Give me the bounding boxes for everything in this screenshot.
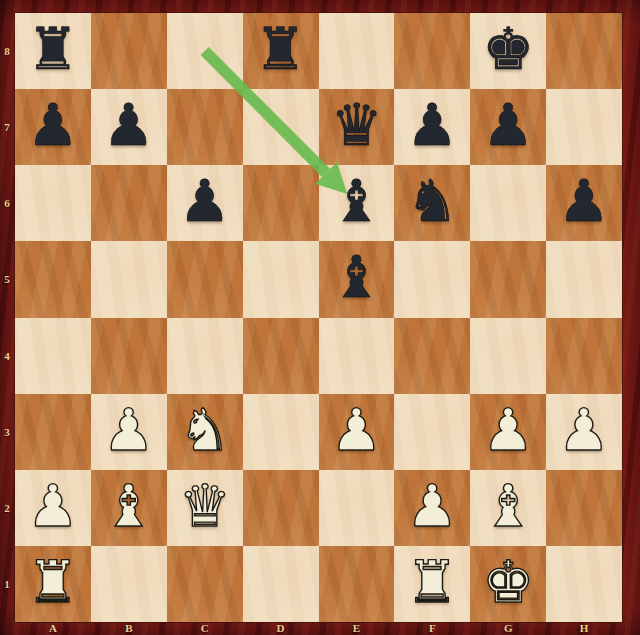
rank-label-6: 6 [4,197,10,209]
rank-label-2: 2 [4,502,10,514]
square-f2[interactable]: ♟ [394,470,470,546]
square-e5[interactable]: ♝ [319,241,395,317]
chess-app: ♜♜♚♟♟♛♟♟♟♝♞♟♝♟♞♟♟♟♟♝♛♟♝♜♜♚ 87654321 ABCD… [0,0,640,635]
square-d4[interactable] [243,318,319,394]
piece-white-bishop-g2[interactable]: ♝ [482,477,534,535]
square-g8[interactable]: ♚ [470,13,546,89]
piece-white-bishop-b2[interactable]: ♝ [103,477,155,535]
square-g3[interactable]: ♟ [470,394,546,470]
piece-white-knight-c3[interactable]: ♞ [179,401,231,459]
square-g2[interactable]: ♝ [470,470,546,546]
rank-label-5: 5 [4,273,10,285]
piece-white-queen-c2[interactable]: ♛ [179,477,231,535]
square-a2[interactable]: ♟ [15,470,91,546]
file-label-e: E [353,622,360,634]
piece-black-pawn-f7[interactable]: ♟ [406,96,458,154]
square-h1[interactable] [546,546,622,622]
square-b2[interactable]: ♝ [91,470,167,546]
square-h6[interactable]: ♟ [546,165,622,241]
square-a5[interactable] [15,241,91,317]
square-e1[interactable] [319,546,395,622]
square-f5[interactable] [394,241,470,317]
file-label-g: G [504,622,513,634]
square-f7[interactable]: ♟ [394,89,470,165]
square-h4[interactable] [546,318,622,394]
square-c5[interactable] [167,241,243,317]
piece-black-knight-f6[interactable]: ♞ [406,172,458,230]
chess-board: ♜♜♚♟♟♛♟♟♟♝♞♟♝♟♞♟♟♟♟♝♛♟♝♜♜♚ [15,13,622,622]
piece-black-pawn-b7[interactable]: ♟ [103,96,155,154]
square-d8[interactable]: ♜ [243,13,319,89]
square-e2[interactable] [319,470,395,546]
square-d5[interactable] [243,241,319,317]
square-f4[interactable] [394,318,470,394]
square-d3[interactable] [243,394,319,470]
square-d2[interactable] [243,470,319,546]
square-d1[interactable] [243,546,319,622]
square-f1[interactable]: ♜ [394,546,470,622]
square-b5[interactable] [91,241,167,317]
file-label-c: C [201,622,209,634]
square-d6[interactable] [243,165,319,241]
piece-white-pawn-a2[interactable]: ♟ [27,477,79,535]
square-a3[interactable] [15,394,91,470]
rank-label-4: 4 [4,350,10,362]
square-h5[interactable] [546,241,622,317]
piece-black-rook-d8[interactable]: ♜ [255,20,307,78]
square-e3[interactable]: ♟ [319,394,395,470]
square-a4[interactable] [15,318,91,394]
square-b1[interactable] [91,546,167,622]
square-a1[interactable]: ♜ [15,546,91,622]
piece-white-pawn-g3[interactable]: ♟ [482,401,534,459]
piece-black-rook-a8[interactable]: ♜ [27,20,79,78]
piece-white-king-g1[interactable]: ♚ [482,553,534,611]
square-b4[interactable] [91,318,167,394]
square-h3[interactable]: ♟ [546,394,622,470]
file-label-d: D [277,622,285,634]
square-c8[interactable] [167,13,243,89]
square-b7[interactable]: ♟ [91,89,167,165]
square-e4[interactable] [319,318,395,394]
file-label-a: A [49,622,57,634]
piece-white-pawn-b3[interactable]: ♟ [103,401,155,459]
piece-black-king-g8[interactable]: ♚ [482,20,534,78]
square-d7[interactable] [243,89,319,165]
rank-label-3: 3 [4,426,10,438]
square-c3[interactable]: ♞ [167,394,243,470]
piece-black-queen-e7[interactable]: ♛ [330,96,382,154]
square-g1[interactable]: ♚ [470,546,546,622]
square-g5[interactable] [470,241,546,317]
square-e7[interactable]: ♛ [319,89,395,165]
square-a7[interactable]: ♟ [15,89,91,165]
square-g4[interactable] [470,318,546,394]
piece-white-pawn-f2[interactable]: ♟ [406,477,458,535]
square-h7[interactable] [546,89,622,165]
piece-white-pawn-h3[interactable]: ♟ [558,401,610,459]
piece-black-bishop-e6[interactable]: ♝ [330,172,382,230]
piece-black-pawn-c6[interactable]: ♟ [179,172,231,230]
file-label-f: F [429,622,436,634]
square-f6[interactable]: ♞ [394,165,470,241]
square-c7[interactable] [167,89,243,165]
piece-black-bishop-e5[interactable]: ♝ [330,248,382,306]
rank-label-7: 7 [4,121,10,133]
square-e8[interactable] [319,13,395,89]
square-b6[interactable] [91,165,167,241]
piece-white-rook-a1[interactable]: ♜ [27,553,79,611]
square-c1[interactable] [167,546,243,622]
square-b8[interactable] [91,13,167,89]
square-c2[interactable]: ♛ [167,470,243,546]
file-label-h: H [580,622,589,634]
rank-label-1: 1 [4,578,10,590]
square-h8[interactable] [546,13,622,89]
piece-black-pawn-a7[interactable]: ♟ [27,96,79,154]
rank-label-8: 8 [4,45,10,57]
piece-white-rook-f1[interactable]: ♜ [406,553,458,611]
square-e6[interactable]: ♝ [319,165,395,241]
file-label-b: B [125,622,132,634]
square-g6[interactable] [470,165,546,241]
piece-black-pawn-g7[interactable]: ♟ [482,96,534,154]
piece-black-pawn-h6[interactable]: ♟ [558,172,610,230]
square-c6[interactable]: ♟ [167,165,243,241]
square-f8[interactable] [394,13,470,89]
square-c4[interactable] [167,318,243,394]
square-h2[interactable] [546,470,622,546]
square-f3[interactable] [394,394,470,470]
square-g7[interactable]: ♟ [470,89,546,165]
square-b3[interactable]: ♟ [91,394,167,470]
square-a8[interactable]: ♜ [15,13,91,89]
square-a6[interactable] [15,165,91,241]
piece-white-pawn-e3[interactable]: ♟ [330,401,382,459]
